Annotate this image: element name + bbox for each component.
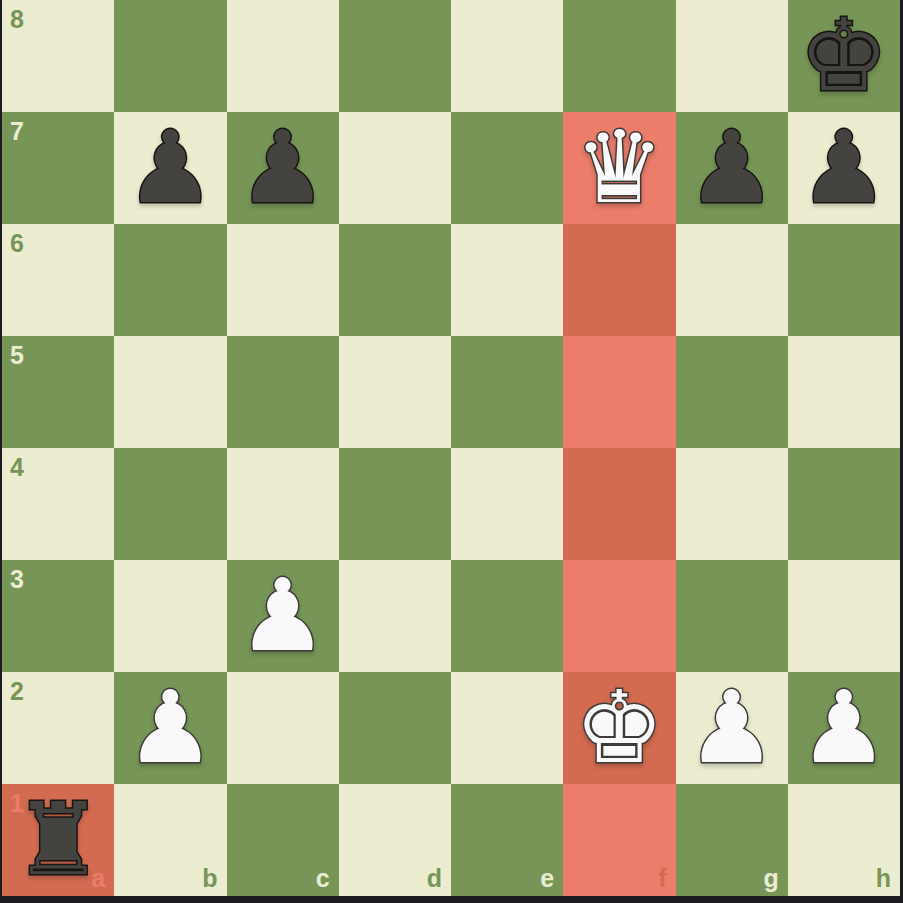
square-e5[interactable]: [451, 336, 563, 448]
file-label-f: f: [658, 866, 666, 891]
file-label-g: g: [763, 866, 778, 891]
square-c4[interactable]: [227, 448, 339, 560]
file-label-c: c: [316, 866, 330, 891]
rank-label-3: 3: [10, 567, 24, 592]
square-b8[interactable]: [114, 0, 226, 112]
chess-board: 8♚7♟♟♛♟♟6543♟2♟♚♟♟1a♜bcdefgh: [2, 0, 900, 896]
square-e2[interactable]: [451, 672, 563, 784]
square-d1[interactable]: d: [339, 784, 451, 896]
square-a8[interactable]: 8: [2, 0, 114, 112]
square-h3[interactable]: [788, 560, 900, 672]
square-d8[interactable]: [339, 0, 451, 112]
piece-white-pawn-g2[interactable]: ♟: [676, 672, 788, 784]
square-d3[interactable]: [339, 560, 451, 672]
square-d5[interactable]: [339, 336, 451, 448]
square-e6[interactable]: [451, 224, 563, 336]
square-f5[interactable]: [563, 336, 675, 448]
square-h7[interactable]: ♟: [788, 112, 900, 224]
square-a4[interactable]: 4: [2, 448, 114, 560]
square-g5[interactable]: [676, 336, 788, 448]
square-h1[interactable]: h: [788, 784, 900, 896]
square-a3[interactable]: 3: [2, 560, 114, 672]
square-g1[interactable]: g: [676, 784, 788, 896]
square-a7[interactable]: 7: [2, 112, 114, 224]
file-label-e: e: [540, 866, 554, 891]
piece-black-rook-a1[interactable]: ♜: [2, 784, 114, 896]
rank-label-2: 2: [10, 679, 24, 704]
square-h8[interactable]: ♚: [788, 0, 900, 112]
square-h4[interactable]: [788, 448, 900, 560]
piece-black-pawn-c7[interactable]: ♟: [227, 112, 339, 224]
square-e1[interactable]: e: [451, 784, 563, 896]
square-b1[interactable]: b: [114, 784, 226, 896]
piece-black-pawn-b7[interactable]: ♟: [114, 112, 226, 224]
square-g6[interactable]: [676, 224, 788, 336]
piece-black-king-h8[interactable]: ♚: [788, 0, 900, 112]
piece-white-pawn-c3[interactable]: ♟: [227, 560, 339, 672]
square-b3[interactable]: [114, 560, 226, 672]
square-b6[interactable]: [114, 224, 226, 336]
square-f6[interactable]: [563, 224, 675, 336]
square-b2[interactable]: ♟: [114, 672, 226, 784]
piece-white-pawn-h2[interactable]: ♟: [788, 672, 900, 784]
square-b7[interactable]: ♟: [114, 112, 226, 224]
square-h6[interactable]: [788, 224, 900, 336]
file-label-b: b: [202, 866, 217, 891]
piece-white-king-f2[interactable]: ♚: [563, 672, 675, 784]
square-h5[interactable]: [788, 336, 900, 448]
square-e3[interactable]: [451, 560, 563, 672]
piece-black-pawn-g7[interactable]: ♟: [676, 112, 788, 224]
square-a5[interactable]: 5: [2, 336, 114, 448]
square-c1[interactable]: c: [227, 784, 339, 896]
square-g4[interactable]: [676, 448, 788, 560]
file-label-d: d: [427, 866, 442, 891]
square-g7[interactable]: ♟: [676, 112, 788, 224]
square-a2[interactable]: 2: [2, 672, 114, 784]
square-d7[interactable]: [339, 112, 451, 224]
square-c3[interactable]: ♟: [227, 560, 339, 672]
rank-label-7: 7: [10, 119, 24, 144]
square-g8[interactable]: [676, 0, 788, 112]
square-f8[interactable]: [563, 0, 675, 112]
square-f1[interactable]: f: [563, 784, 675, 896]
square-c2[interactable]: [227, 672, 339, 784]
piece-white-queen-f7[interactable]: ♛: [563, 112, 675, 224]
square-a6[interactable]: 6: [2, 224, 114, 336]
square-b5[interactable]: [114, 336, 226, 448]
square-d2[interactable]: [339, 672, 451, 784]
square-c7[interactable]: ♟: [227, 112, 339, 224]
file-label-h: h: [876, 866, 891, 891]
square-g3[interactable]: [676, 560, 788, 672]
square-c8[interactable]: [227, 0, 339, 112]
square-f4[interactable]: [563, 448, 675, 560]
square-h2[interactable]: ♟: [788, 672, 900, 784]
piece-black-pawn-h7[interactable]: ♟: [788, 112, 900, 224]
square-d4[interactable]: [339, 448, 451, 560]
square-d6[interactable]: [339, 224, 451, 336]
square-e8[interactable]: [451, 0, 563, 112]
square-a1[interactable]: 1a♜: [2, 784, 114, 896]
square-g2[interactable]: ♟: [676, 672, 788, 784]
rank-label-8: 8: [10, 7, 24, 32]
square-f3[interactable]: [563, 560, 675, 672]
square-c6[interactable]: [227, 224, 339, 336]
piece-white-pawn-b2[interactable]: ♟: [114, 672, 226, 784]
square-b4[interactable]: [114, 448, 226, 560]
square-f2[interactable]: ♚: [563, 672, 675, 784]
square-e7[interactable]: [451, 112, 563, 224]
square-c5[interactable]: [227, 336, 339, 448]
page-background: { "game": "chess", "position": { "fen": …: [0, 0, 903, 903]
square-e4[interactable]: [451, 448, 563, 560]
rank-label-5: 5: [10, 343, 24, 368]
rank-label-4: 4: [10, 455, 24, 480]
square-f7[interactable]: ♛: [563, 112, 675, 224]
rank-label-6: 6: [10, 231, 24, 256]
